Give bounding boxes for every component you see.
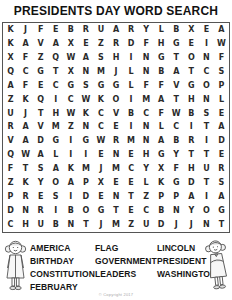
grid-cell[interactable]: B bbox=[154, 204, 169, 218]
grid-cell[interactable]: G bbox=[108, 79, 123, 93]
grid-cell[interactable]: F bbox=[3, 162, 18, 176]
word-list-item: CONSTITUTION bbox=[30, 268, 95, 281]
grid-cell[interactable]: X bbox=[63, 37, 78, 51]
grid-cell[interactable]: N bbox=[108, 190, 123, 204]
word-list-item: BIRTHDAY bbox=[30, 255, 95, 268]
grid-cell[interactable]: T bbox=[78, 218, 93, 232]
grid-cell[interactable]: U bbox=[139, 218, 154, 232]
grid-cell[interactable]: G bbox=[154, 148, 169, 162]
word-column: AMERICABIRTHDAYCONSTITUTIONFEBRUARY bbox=[30, 242, 95, 294]
grid-cell[interactable]: E bbox=[33, 79, 48, 93]
grid-cell[interactable]: C bbox=[63, 93, 78, 107]
grid-cell[interactable]: C bbox=[93, 107, 108, 121]
grid-cell[interactable]: I bbox=[63, 148, 78, 162]
grid-cell[interactable]: P bbox=[3, 190, 18, 204]
grid-cell[interactable]: B bbox=[154, 65, 169, 79]
word-column: FLAGGOVERNMENTLEADERS bbox=[95, 242, 157, 294]
grid-cell[interactable]: R bbox=[78, 23, 93, 37]
grid-cell[interactable]: O bbox=[184, 51, 199, 65]
grid-cell[interactable]: Z bbox=[139, 190, 154, 204]
grid-cell[interactable]: A bbox=[214, 190, 229, 204]
grid-cell[interactable]: I bbox=[199, 37, 214, 51]
grid-cell[interactable]: J bbox=[18, 107, 33, 121]
grid-cell[interactable]: F bbox=[154, 107, 169, 121]
grid-cell[interactable]: H bbox=[139, 148, 154, 162]
grid-cell[interactable]: A bbox=[48, 37, 63, 51]
grid-cell[interactable]: N bbox=[169, 204, 184, 218]
grid-cell[interactable]: L bbox=[124, 65, 139, 79]
grid-cell[interactable]: A bbox=[48, 162, 63, 176]
grid-cell[interactable]: C bbox=[139, 107, 154, 121]
grid-cell[interactable]: Z bbox=[93, 37, 108, 51]
grid-cell[interactable]: M bbox=[124, 134, 139, 148]
grid-cell[interactable]: Q bbox=[48, 51, 63, 65]
grid-cell[interactable]: E bbox=[214, 148, 229, 162]
grid-cell[interactable]: P bbox=[214, 79, 229, 93]
grid-cell[interactable]: H bbox=[48, 107, 63, 121]
grid-cell[interactable]: N bbox=[139, 134, 154, 148]
grid-cell[interactable]: K bbox=[3, 23, 18, 37]
grid-cell[interactable]: T bbox=[184, 148, 199, 162]
grid-cell[interactable]: Y bbox=[169, 148, 184, 162]
grid-cell[interactable]: H bbox=[154, 37, 169, 51]
grid-cell[interactable]: S bbox=[214, 176, 229, 190]
grid-cell[interactable]: R bbox=[184, 134, 199, 148]
grid-cell[interactable]: F bbox=[214, 51, 229, 65]
grid-cell[interactable]: T bbox=[33, 107, 48, 121]
grid-cell[interactable]: W bbox=[18, 148, 33, 162]
grid-cell[interactable]: D bbox=[33, 134, 48, 148]
grid-cell[interactable]: J bbox=[93, 218, 108, 232]
grid-cell[interactable]: Z bbox=[3, 93, 18, 107]
grid-cell[interactable]: A bbox=[214, 23, 229, 37]
grid-cell[interactable]: E bbox=[124, 148, 139, 162]
grid-cell[interactable]: Q bbox=[3, 65, 18, 79]
grid-cell[interactable]: A bbox=[18, 121, 33, 135]
grid-cell[interactable]: B bbox=[169, 134, 184, 148]
grid-cell[interactable]: T bbox=[199, 148, 214, 162]
grid-cell[interactable]: N bbox=[139, 65, 154, 79]
grid-cell[interactable]: S bbox=[199, 107, 214, 121]
grid-cell[interactable]: F bbox=[139, 37, 154, 51]
grid-cell[interactable]: P bbox=[78, 176, 93, 190]
grid-cell[interactable]: A bbox=[18, 37, 33, 51]
grid-cell[interactable]: I bbox=[78, 148, 93, 162]
grid-cell[interactable]: G bbox=[48, 134, 63, 148]
grid-cell[interactable]: R bbox=[18, 190, 33, 204]
grid-cell[interactable]: N bbox=[108, 148, 123, 162]
grid-cell[interactable]: A bbox=[214, 121, 229, 135]
lincoln-clipart-icon bbox=[201, 237, 232, 298]
grid-cell[interactable]: F bbox=[139, 79, 154, 93]
grid-cell[interactable]: G bbox=[93, 204, 108, 218]
grid-cell[interactable]: A bbox=[33, 148, 48, 162]
grid-cell[interactable]: Y bbox=[33, 176, 48, 190]
grid-cell[interactable]: D bbox=[3, 204, 18, 218]
page-title: PRESIDENTS DAY WORD SEARCH bbox=[5, 0, 228, 21]
grid-cell[interactable]: P bbox=[154, 190, 169, 204]
grid-cell[interactable]: W bbox=[63, 107, 78, 121]
grid-cell[interactable]: M bbox=[78, 162, 93, 176]
grid-cell[interactable]: T bbox=[169, 51, 184, 65]
grid-cell[interactable]: I bbox=[199, 134, 214, 148]
grid-cell[interactable]: M bbox=[93, 65, 108, 79]
grid-cell[interactable]: O bbox=[199, 204, 214, 218]
grid-cell[interactable]: E bbox=[108, 176, 123, 190]
grid-cell[interactable]: A bbox=[184, 190, 199, 204]
copyright-text: © Copyright 2017 bbox=[0, 292, 232, 297]
grid-cell[interactable]: P bbox=[169, 190, 184, 204]
grid-cell[interactable]: M bbox=[108, 162, 123, 176]
grid-cell[interactable]: F bbox=[33, 23, 48, 37]
grid-cell[interactable]: I bbox=[184, 121, 199, 135]
grid-cell[interactable]: I bbox=[199, 190, 214, 204]
grid-cell[interactable]: B bbox=[63, 204, 78, 218]
grid-cell[interactable]: C bbox=[139, 204, 154, 218]
grid-cell[interactable]: A bbox=[169, 65, 184, 79]
grid-cell[interactable]: L bbox=[154, 23, 169, 37]
grid-cell[interactable]: E bbox=[124, 176, 139, 190]
grid-cell[interactable]: D bbox=[154, 218, 169, 232]
grid-cell[interactable]: L bbox=[48, 148, 63, 162]
grid-cell[interactable]: Q bbox=[3, 148, 18, 162]
word-list-item: FLAG bbox=[95, 242, 157, 255]
grid-cell[interactable]: T bbox=[108, 204, 123, 218]
grid-cell[interactable]: W bbox=[214, 37, 229, 51]
grid-cell[interactable]: I bbox=[48, 93, 63, 107]
grid-cell[interactable]: N bbox=[139, 121, 154, 135]
grid-cell[interactable]: B bbox=[48, 218, 63, 232]
grid-cell[interactable]: A bbox=[108, 23, 123, 37]
grid-cell[interactable]: N bbox=[199, 51, 214, 65]
grid-cell[interactable]: G bbox=[214, 204, 229, 218]
grid-cell[interactable]: E bbox=[48, 23, 63, 37]
grid-cell[interactable]: K bbox=[63, 162, 78, 176]
grid-cell[interactable]: G bbox=[63, 79, 78, 93]
word-list-section: AMERICABIRTHDAYCONSTITUTIONFEBRUARY FLAG… bbox=[0, 238, 232, 290]
grid-cell[interactable]: Z bbox=[33, 51, 48, 65]
grid-cell[interactable]: V bbox=[3, 134, 18, 148]
grid-cell[interactable]: C bbox=[169, 121, 184, 135]
word-list: AMERICABIRTHDAYCONSTITUTIONFEBRUARY FLAG… bbox=[30, 242, 202, 294]
grid-cell[interactable]: B bbox=[169, 23, 184, 37]
grid-cell[interactable]: I bbox=[124, 93, 139, 107]
grid-cell[interactable]: C bbox=[18, 65, 33, 79]
grid-cell[interactable]: N bbox=[63, 218, 78, 232]
grid-cell[interactable]: E bbox=[33, 190, 48, 204]
grid-cell[interactable]: K bbox=[93, 93, 108, 107]
grid-cell[interactable]: V bbox=[169, 79, 184, 93]
grid-cell[interactable]: N bbox=[18, 204, 33, 218]
word-list-item: AMERICA bbox=[30, 242, 95, 255]
grid-cell[interactable]: T bbox=[199, 121, 214, 135]
worksheet-page: PRESIDENTS DAY WORD SEARCH KJFEBRUARYLBX… bbox=[0, 0, 232, 300]
grid-cell[interactable]: Q bbox=[33, 93, 48, 107]
grid-cell[interactable]: A bbox=[63, 176, 78, 190]
grid-cell[interactable]: D bbox=[124, 37, 139, 51]
grid-cell[interactable]: K bbox=[154, 176, 169, 190]
grid-cell[interactable]: T bbox=[184, 65, 199, 79]
grid-cell[interactable]: G bbox=[78, 134, 93, 148]
grid-cell[interactable]: X bbox=[154, 162, 169, 176]
grid-cell[interactable]: D bbox=[184, 176, 199, 190]
grid-cell[interactable]: E bbox=[108, 121, 123, 135]
grid-cell[interactable]: H bbox=[18, 218, 33, 232]
grid-cell[interactable]: K bbox=[18, 93, 33, 107]
grid-cell[interactable]: M bbox=[139, 93, 154, 107]
grid-cell[interactable]: T bbox=[214, 218, 229, 232]
grid-cell[interactable]: U bbox=[93, 23, 108, 37]
grid-cell[interactable]: D bbox=[214, 134, 229, 148]
grid-cell[interactable]: G bbox=[184, 79, 199, 93]
washington-clipart-icon bbox=[2, 238, 29, 296]
grid-cell[interactable]: R bbox=[108, 134, 123, 148]
grid-cell[interactable]: N bbox=[78, 121, 93, 135]
grid-cell[interactable]: X bbox=[63, 65, 78, 79]
grid-cell[interactable]: T bbox=[169, 93, 184, 107]
grid-cell[interactable]: J bbox=[18, 23, 33, 37]
grid-cell[interactable]: B bbox=[184, 107, 199, 121]
grid-cell[interactable]: Z bbox=[63, 121, 78, 135]
grid-cell[interactable]: J bbox=[108, 65, 123, 79]
grid-cell[interactable]: N bbox=[78, 65, 93, 79]
grid-cell[interactable]: W bbox=[63, 51, 78, 65]
grid-cell[interactable]: O bbox=[108, 93, 123, 107]
grid-cell[interactable]: C bbox=[124, 162, 139, 176]
grid-cell[interactable]: X bbox=[93, 176, 108, 190]
grid-cell[interactable]: G bbox=[93, 79, 108, 93]
grid-cell[interactable]: R bbox=[124, 23, 139, 37]
grid-cell[interactable]: E bbox=[199, 23, 214, 37]
grid-cell[interactable]: D bbox=[78, 190, 93, 204]
grid-cell[interactable]: J bbox=[184, 218, 199, 232]
grid-cell[interactable]: T bbox=[124, 190, 139, 204]
grid-cell[interactable]: R bbox=[214, 162, 229, 176]
grid-cell[interactable]: R bbox=[108, 37, 123, 51]
grid-cell[interactable]: Y bbox=[184, 204, 199, 218]
grid-cell[interactable]: T bbox=[18, 162, 33, 176]
grid-cell[interactable]: W bbox=[78, 93, 93, 107]
grid-cell[interactable]: S bbox=[48, 190, 63, 204]
grid-cell[interactable]: G bbox=[169, 176, 184, 190]
grid-cell[interactable]: H bbox=[184, 93, 199, 107]
grid-cell[interactable]: V bbox=[108, 107, 123, 121]
grid-cell[interactable]: L bbox=[154, 121, 169, 135]
grid-cell[interactable]: Z bbox=[3, 176, 18, 190]
grid-cell[interactable]: U bbox=[199, 162, 214, 176]
grid-cell[interactable]: E bbox=[184, 37, 199, 51]
grid-cell[interactable]: A bbox=[18, 134, 33, 148]
grid-cell[interactable]: E bbox=[78, 37, 93, 51]
grid-cell[interactable]: E bbox=[93, 190, 108, 204]
grid-cell[interactable]: X bbox=[3, 51, 18, 65]
grid-cell[interactable]: C bbox=[93, 121, 108, 135]
grid-cell[interactable]: O bbox=[78, 204, 93, 218]
grid-cell[interactable]: I bbox=[48, 204, 63, 218]
grid-cell[interactable]: J bbox=[169, 218, 184, 232]
grid-cell[interactable]: M bbox=[48, 121, 63, 135]
grid-cell[interactable]: A bbox=[3, 79, 18, 93]
grid-cell[interactable]: W bbox=[169, 107, 184, 121]
grid-cell[interactable]: I bbox=[124, 51, 139, 65]
grid-cell[interactable]: R bbox=[3, 121, 18, 135]
grid-cell[interactable]: C bbox=[3, 218, 18, 232]
grid-cell[interactable]: F bbox=[169, 162, 184, 176]
grid-cell[interactable]: G bbox=[169, 37, 184, 51]
grid-cell[interactable]: E bbox=[93, 148, 108, 162]
grid-cell[interactable]: U bbox=[33, 218, 48, 232]
grid-cell[interactable]: X bbox=[184, 23, 199, 37]
grid-cell[interactable]: B bbox=[63, 23, 78, 37]
grid-cell[interactable]: Y bbox=[139, 23, 154, 37]
grid-cell[interactable]: H bbox=[108, 51, 123, 65]
grid-cell[interactable]: S bbox=[93, 51, 108, 65]
grid-cell[interactable]: K bbox=[18, 176, 33, 190]
grid-cell[interactable]: L bbox=[139, 176, 154, 190]
grid-cell[interactable]: G bbox=[33, 65, 48, 79]
grid-cell[interactable]: I bbox=[63, 134, 78, 148]
grid-cell[interactable]: Z bbox=[124, 218, 139, 232]
grid-cell[interactable]: O bbox=[48, 176, 63, 190]
grid-cell[interactable]: U bbox=[3, 107, 18, 121]
grid-cell[interactable]: N bbox=[199, 218, 214, 232]
grid-cell[interactable]: L bbox=[124, 79, 139, 93]
grid-cell[interactable]: B bbox=[124, 107, 139, 121]
grid-cell[interactable]: J bbox=[93, 162, 108, 176]
grid-cell[interactable]: K bbox=[3, 37, 18, 51]
grid-cell[interactable]: S bbox=[78, 79, 93, 93]
grid-cell[interactable]: I bbox=[63, 190, 78, 204]
grid-cell[interactable]: A bbox=[154, 93, 169, 107]
grid-cell[interactable]: E bbox=[124, 204, 139, 218]
grid-cell[interactable]: A bbox=[154, 134, 169, 148]
grid-cell[interactable]: F bbox=[18, 51, 33, 65]
grid-cell[interactable]: G bbox=[154, 51, 169, 65]
grid-cell[interactable]: S bbox=[33, 162, 48, 176]
grid-cell[interactable]: O bbox=[199, 79, 214, 93]
word-list-item: GOVERNMENT bbox=[95, 255, 157, 268]
grid-cell[interactable]: Y bbox=[139, 162, 154, 176]
grid-cell[interactable]: H bbox=[184, 162, 199, 176]
grid-cell[interactable]: T bbox=[48, 65, 63, 79]
grid-cell[interactable]: N bbox=[139, 51, 154, 65]
grid-cell[interactable]: V bbox=[33, 37, 48, 51]
grid-cell[interactable]: F bbox=[18, 79, 33, 93]
grid-cell[interactable]: I bbox=[124, 121, 139, 135]
grid-cell[interactable]: A bbox=[78, 51, 93, 65]
grid-cell[interactable]: C bbox=[48, 79, 63, 93]
grid-cell[interactable]: T bbox=[199, 176, 214, 190]
grid-cell[interactable]: C bbox=[199, 65, 214, 79]
word-list-item: LEADERS bbox=[95, 268, 157, 281]
grid-cell[interactable]: V bbox=[33, 121, 48, 135]
grid-cell[interactable]: F bbox=[154, 79, 169, 93]
grid-cell[interactable]: K bbox=[78, 107, 93, 121]
grid-cell[interactable]: W bbox=[93, 134, 108, 148]
grid-cell[interactable]: R bbox=[33, 204, 48, 218]
grid-cell[interactable]: L bbox=[214, 93, 229, 107]
grid-cell[interactable]: S bbox=[214, 65, 229, 79]
grid-cell[interactable]: E bbox=[214, 107, 229, 121]
grid-cell[interactable]: M bbox=[108, 218, 123, 232]
word-search-grid: KJFEBRUARYLBXEAKAVAXEZRDFHGEIWXFZQWASHIN… bbox=[2, 22, 230, 233]
grid-cell[interactable]: N bbox=[199, 93, 214, 107]
